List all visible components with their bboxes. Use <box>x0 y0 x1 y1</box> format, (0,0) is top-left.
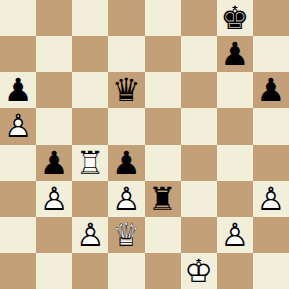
black-pawn[interactable]: ♟ <box>36 145 72 181</box>
square-a1[interactable] <box>0 253 36 289</box>
square-f2[interactable] <box>181 217 217 253</box>
square-d2[interactable]: ♛♕ <box>108 217 144 253</box>
square-b2[interactable] <box>36 217 72 253</box>
square-a8[interactable] <box>0 0 36 36</box>
square-a5[interactable]: ♟♙ <box>0 108 36 144</box>
square-b5[interactable] <box>36 108 72 144</box>
chess-board: ♚♟♟♛♟♟♙♟♜♖♟♟♙♟♙♜♟♙♟♙♛♕♟♙♚♔ <box>0 0 289 289</box>
piece-outline-layer: ♔ <box>181 253 217 289</box>
square-e1[interactable] <box>145 253 181 289</box>
square-f3[interactable] <box>181 181 217 217</box>
square-b6[interactable] <box>36 72 72 108</box>
square-c5[interactable] <box>72 108 108 144</box>
chess-board-container: ♚♟♟♛♟♟♙♟♜♖♟♟♙♟♙♜♟♙♟♙♛♕♟♙♚♔ <box>0 0 289 289</box>
square-a4[interactable] <box>0 145 36 181</box>
square-g4[interactable] <box>217 145 253 181</box>
square-c1[interactable] <box>72 253 108 289</box>
square-d4[interactable]: ♟ <box>108 145 144 181</box>
square-a6[interactable]: ♟ <box>0 72 36 108</box>
square-f6[interactable] <box>181 72 217 108</box>
square-h4[interactable] <box>253 145 289 181</box>
white-rook[interactable]: ♜♖ <box>72 145 108 181</box>
black-pawn[interactable]: ♟ <box>108 145 144 181</box>
piece-glyph: ♜ <box>145 181 181 217</box>
square-g3[interactable] <box>217 181 253 217</box>
piece-glyph: ♟ <box>217 36 253 72</box>
piece-outline-layer: ♙ <box>217 217 253 253</box>
square-b4[interactable]: ♟ <box>36 145 72 181</box>
square-h8[interactable] <box>253 0 289 36</box>
square-g7[interactable]: ♟ <box>217 36 253 72</box>
black-pawn[interactable]: ♟ <box>253 72 289 108</box>
square-h5[interactable] <box>253 108 289 144</box>
square-a2[interactable] <box>0 217 36 253</box>
square-g8[interactable]: ♚ <box>217 0 253 36</box>
square-d5[interactable] <box>108 108 144 144</box>
square-f7[interactable] <box>181 36 217 72</box>
square-c4[interactable]: ♜♖ <box>72 145 108 181</box>
square-e3[interactable]: ♜ <box>145 181 181 217</box>
piece-outline-layer: ♙ <box>0 108 36 144</box>
piece-outline-layer: ♕ <box>108 217 144 253</box>
square-c6[interactable] <box>72 72 108 108</box>
black-pawn[interactable]: ♟ <box>0 72 36 108</box>
piece-outline-layer: ♙ <box>253 181 289 217</box>
white-queen[interactable]: ♛♕ <box>108 217 144 253</box>
square-e4[interactable] <box>145 145 181 181</box>
piece-glyph: ♟ <box>253 72 289 108</box>
square-b3[interactable]: ♟♙ <box>36 181 72 217</box>
square-h3[interactable]: ♟♙ <box>253 181 289 217</box>
white-pawn[interactable]: ♟♙ <box>36 181 72 217</box>
square-f8[interactable] <box>181 0 217 36</box>
square-f5[interactable] <box>181 108 217 144</box>
square-h2[interactable] <box>253 217 289 253</box>
square-a3[interactable] <box>0 181 36 217</box>
piece-outline-layer: ♖ <box>72 145 108 181</box>
square-g5[interactable] <box>217 108 253 144</box>
square-b1[interactable] <box>36 253 72 289</box>
white-king[interactable]: ♚♔ <box>181 253 217 289</box>
square-c2[interactable]: ♟♙ <box>72 217 108 253</box>
square-c3[interactable] <box>72 181 108 217</box>
square-b8[interactable] <box>36 0 72 36</box>
square-f4[interactable] <box>181 145 217 181</box>
square-d7[interactable] <box>108 36 144 72</box>
square-d3[interactable]: ♟♙ <box>108 181 144 217</box>
square-b7[interactable] <box>36 36 72 72</box>
square-e5[interactable] <box>145 108 181 144</box>
square-d6[interactable]: ♛ <box>108 72 144 108</box>
piece-glyph: ♟ <box>0 72 36 108</box>
square-f1[interactable]: ♚♔ <box>181 253 217 289</box>
white-pawn[interactable]: ♟♙ <box>217 217 253 253</box>
black-queen[interactable]: ♛ <box>108 72 144 108</box>
piece-outline-layer: ♙ <box>72 217 108 253</box>
square-a7[interactable] <box>0 36 36 72</box>
piece-glyph: ♟ <box>36 145 72 181</box>
square-g6[interactable] <box>217 72 253 108</box>
black-rook[interactable]: ♜ <box>145 181 181 217</box>
square-c8[interactable] <box>72 0 108 36</box>
black-pawn[interactable]: ♟ <box>217 36 253 72</box>
piece-glyph: ♟ <box>108 145 144 181</box>
square-e2[interactable] <box>145 217 181 253</box>
white-pawn[interactable]: ♟♙ <box>253 181 289 217</box>
white-pawn[interactable]: ♟♙ <box>108 181 144 217</box>
square-e7[interactable] <box>145 36 181 72</box>
square-c7[interactable] <box>72 36 108 72</box>
square-h1[interactable] <box>253 253 289 289</box>
square-h6[interactable]: ♟ <box>253 72 289 108</box>
square-e6[interactable] <box>145 72 181 108</box>
square-e8[interactable] <box>145 0 181 36</box>
piece-outline-layer: ♙ <box>108 181 144 217</box>
black-king[interactable]: ♚ <box>217 0 253 36</box>
piece-glyph: ♚ <box>217 0 253 36</box>
square-g1[interactable] <box>217 253 253 289</box>
piece-outline-layer: ♙ <box>36 181 72 217</box>
square-h7[interactable] <box>253 36 289 72</box>
white-pawn[interactable]: ♟♙ <box>0 108 36 144</box>
square-g2[interactable]: ♟♙ <box>217 217 253 253</box>
piece-glyph: ♛ <box>108 72 144 108</box>
square-d8[interactable] <box>108 0 144 36</box>
square-d1[interactable] <box>108 253 144 289</box>
white-pawn[interactable]: ♟♙ <box>72 217 108 253</box>
